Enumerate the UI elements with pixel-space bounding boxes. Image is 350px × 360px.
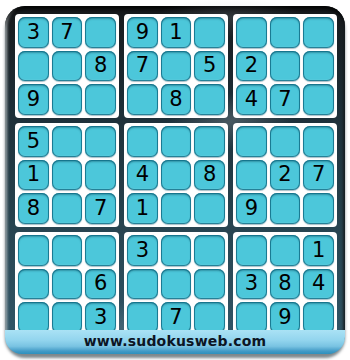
cell-r4c3[interactable] xyxy=(85,126,116,157)
cell-r6c2[interactable] xyxy=(52,193,83,224)
box-3: 247 xyxy=(233,14,337,118)
cell-r6c5[interactable] xyxy=(161,193,192,224)
cell-r8c2[interactable] xyxy=(52,269,83,300)
cell-r4c9[interactable] xyxy=(303,126,334,157)
board-frame: 3789917582475187481279633713849 www.sudo… xyxy=(5,6,345,354)
cell-r9c9[interactable] xyxy=(303,302,334,333)
cell-r1c7[interactable] xyxy=(236,17,267,48)
cell-r9c2[interactable] xyxy=(52,302,83,333)
cell-r3c1[interactable]: 9 xyxy=(18,84,49,115)
cell-r4c5[interactable] xyxy=(161,126,192,157)
cell-r9c1[interactable] xyxy=(18,302,49,333)
cell-r1c3[interactable] xyxy=(85,17,116,48)
box-6: 279 xyxy=(233,123,337,227)
cell-r4c4[interactable] xyxy=(127,126,158,157)
cell-r7c4[interactable]: 3 xyxy=(127,235,158,266)
cell-r3c8[interactable]: 7 xyxy=(270,84,301,115)
cell-r1c9[interactable] xyxy=(303,17,334,48)
cell-r1c6[interactable] xyxy=(194,17,225,48)
cell-r3c7[interactable]: 4 xyxy=(236,84,267,115)
cell-r5c5[interactable] xyxy=(161,160,192,191)
cell-r6c7[interactable]: 9 xyxy=(236,193,267,224)
cell-r1c2[interactable]: 7 xyxy=(52,17,83,48)
cell-r5c9[interactable]: 7 xyxy=(303,160,334,191)
cell-r7c9[interactable]: 1 xyxy=(303,235,334,266)
cell-r2c2[interactable] xyxy=(52,51,83,82)
cell-r9c8[interactable]: 9 xyxy=(270,302,301,333)
cell-r7c1[interactable] xyxy=(18,235,49,266)
cell-r7c7[interactable] xyxy=(236,235,267,266)
cell-r3c5[interactable]: 8 xyxy=(161,84,192,115)
cell-r2c1[interactable] xyxy=(18,51,49,82)
cell-r3c9[interactable] xyxy=(303,84,334,115)
cell-r2c6[interactable]: 5 xyxy=(194,51,225,82)
cell-r1c8[interactable] xyxy=(270,17,301,48)
cell-r4c1[interactable]: 5 xyxy=(18,126,49,157)
cell-r8c7[interactable]: 3 xyxy=(236,269,267,300)
cell-r7c5[interactable] xyxy=(161,235,192,266)
cell-r5c8[interactable]: 2 xyxy=(270,160,301,191)
cell-r2c4[interactable]: 7 xyxy=(127,51,158,82)
cell-r9c6[interactable] xyxy=(194,302,225,333)
cell-r2c7[interactable]: 2 xyxy=(236,51,267,82)
cell-r5c2[interactable] xyxy=(52,160,83,191)
cell-r5c1[interactable]: 1 xyxy=(18,160,49,191)
cell-r3c6[interactable] xyxy=(194,84,225,115)
cell-r8c4[interactable] xyxy=(127,269,158,300)
cell-r5c3[interactable] xyxy=(85,160,116,191)
cell-r3c4[interactable] xyxy=(127,84,158,115)
box-5: 481 xyxy=(124,123,228,227)
cell-r7c2[interactable] xyxy=(52,235,83,266)
cell-r6c1[interactable]: 8 xyxy=(18,193,49,224)
cell-r6c4[interactable]: 1 xyxy=(127,193,158,224)
cell-r2c5[interactable] xyxy=(161,51,192,82)
cell-r1c5[interactable]: 1 xyxy=(161,17,192,48)
box-4: 5187 xyxy=(15,123,119,227)
cell-r3c3[interactable] xyxy=(85,84,116,115)
cell-r8c3[interactable]: 6 xyxy=(85,269,116,300)
sudoku-board: 3789917582475187481279633713849 xyxy=(15,14,337,336)
cell-r5c4[interactable]: 4 xyxy=(127,160,158,191)
cell-r2c3[interactable]: 8 xyxy=(85,51,116,82)
cell-r8c8[interactable]: 8 xyxy=(270,269,301,300)
cell-r4c8[interactable] xyxy=(270,126,301,157)
site-url[interactable]: www.sudokusweb.com xyxy=(84,333,267,349)
box-1: 3789 xyxy=(15,14,119,118)
cell-r1c4[interactable]: 9 xyxy=(127,17,158,48)
box-9: 13849 xyxy=(233,232,337,336)
cell-r4c7[interactable] xyxy=(236,126,267,157)
cell-r9c3[interactable]: 3 xyxy=(85,302,116,333)
cell-r7c3[interactable] xyxy=(85,235,116,266)
cell-r3c2[interactable] xyxy=(52,84,83,115)
cell-r7c6[interactable] xyxy=(194,235,225,266)
box-8: 37 xyxy=(124,232,228,336)
cell-r8c6[interactable] xyxy=(194,269,225,300)
cell-r1c1[interactable]: 3 xyxy=(18,17,49,48)
box-2: 91758 xyxy=(124,14,228,118)
cell-r7c8[interactable] xyxy=(270,235,301,266)
cell-r9c7[interactable] xyxy=(236,302,267,333)
cell-r6c6[interactable] xyxy=(194,193,225,224)
cell-r2c8[interactable] xyxy=(270,51,301,82)
cell-r8c9[interactable]: 4 xyxy=(303,269,334,300)
cell-r2c9[interactable] xyxy=(303,51,334,82)
box-7: 63 xyxy=(15,232,119,336)
footer-bar: www.sudokusweb.com xyxy=(5,330,345,354)
cell-r6c3[interactable]: 7 xyxy=(85,193,116,224)
cell-r4c6[interactable] xyxy=(194,126,225,157)
cell-r8c5[interactable] xyxy=(161,269,192,300)
cell-r5c6[interactable]: 8 xyxy=(194,160,225,191)
cell-r5c7[interactable] xyxy=(236,160,267,191)
cell-r9c5[interactable]: 7 xyxy=(161,302,192,333)
cell-r8c1[interactable] xyxy=(18,269,49,300)
cell-r9c4[interactable] xyxy=(127,302,158,333)
cell-r6c9[interactable] xyxy=(303,193,334,224)
cell-r6c8[interactable] xyxy=(270,193,301,224)
cell-r4c2[interactable] xyxy=(52,126,83,157)
